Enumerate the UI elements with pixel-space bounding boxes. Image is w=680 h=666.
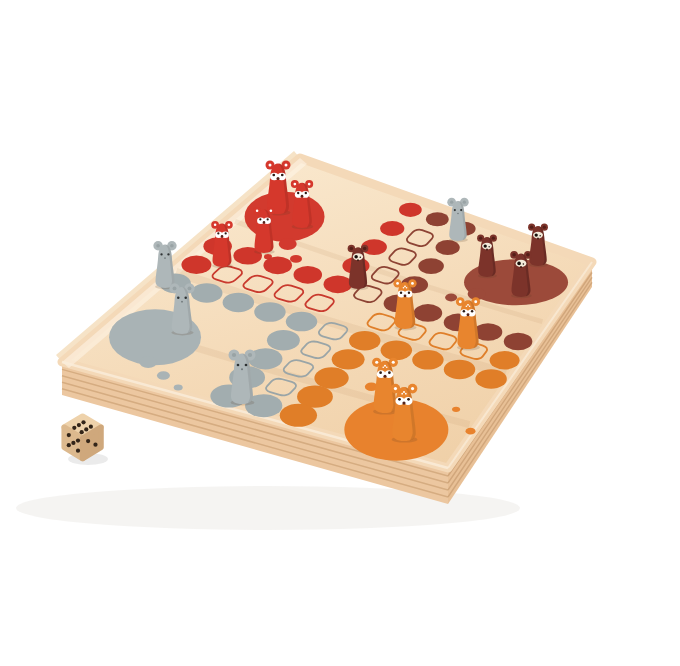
eye [463,310,466,313]
track-circle-orange [280,404,317,427]
ear-inner [492,236,495,239]
piece-brown-bear-4[interactable] [348,245,369,291]
die-pip [80,430,84,434]
ear-inner [232,353,236,357]
eye [177,296,180,299]
eye [388,371,391,374]
ear-inner [187,286,191,290]
piece-red-fox-2[interactable] [291,180,313,229]
ear-inner [308,183,311,186]
track-circle-grey [191,283,222,303]
eye [488,246,489,247]
eye [245,364,248,367]
eye [517,262,521,266]
eye [460,209,462,211]
die-pip [72,426,76,430]
piece-red-fox-3[interactable] [211,221,233,268]
nose [457,213,459,215]
die-pip [84,427,88,431]
deco-circle-grey [139,356,157,368]
track-circle-grey [254,302,285,322]
ear-inner [156,244,160,248]
track-circle-brown [504,333,533,351]
ear-inner [375,361,378,364]
track-circle-brown [436,240,460,255]
deco-circle-brown [445,294,457,302]
nose [383,375,386,378]
ear-inner [411,387,414,390]
die-pip [93,443,97,447]
nose [181,301,183,303]
ear-inner [463,200,466,203]
ear-inner [228,223,231,226]
eye [267,218,269,220]
die-pip [86,439,90,443]
forehead-sprig [405,393,407,395]
ear-inner [479,236,482,239]
track-circle-orange [412,350,443,370]
eye [484,244,487,247]
nose [301,195,304,198]
ear-inner [248,353,252,357]
forehead-sprig [386,366,388,368]
bear-eye-patch [533,232,543,239]
eye [217,232,219,234]
piece-brown-bear-2[interactable] [528,224,548,268]
ear-inner [411,282,414,285]
track-circle-orange [381,341,412,361]
forehead-sprig [384,365,386,367]
track-circle-grey [286,312,317,332]
track-circle-brown [414,304,443,322]
track-circle-red [181,255,211,274]
ludo-board-photo [0,0,680,666]
ear-inner [270,209,273,212]
die-pip [81,420,85,424]
ear-inner [350,247,353,250]
eye [471,310,474,313]
bear-eye-patch [482,243,492,250]
nose [277,177,280,180]
deco-circle-orange [452,407,460,412]
deco-circle-red [279,238,297,250]
track-circle-brown [426,212,449,226]
eye [237,364,240,367]
piece-brown-bear-1[interactable] [477,235,497,279]
track-circle-brown [418,258,444,274]
nose [241,368,243,370]
eye [454,209,456,211]
forehead-sprig [382,366,384,368]
eye [160,253,162,255]
ear-inner [530,225,533,228]
piece-orange-fox-2[interactable] [391,384,418,443]
track-circle-red [324,275,353,293]
ear-inner [474,300,477,303]
ear-inner [394,387,397,390]
die-pip [76,438,80,442]
nose [402,401,405,404]
ear-inner [256,209,259,212]
nose [537,237,539,239]
track-circle-red [380,221,404,236]
piece-orange-fox-3[interactable] [393,279,416,330]
ear-inner [293,183,296,186]
wooden-die[interactable] [64,416,101,458]
forehead-sprig [406,287,407,288]
ear-inner [269,164,272,167]
eye [408,291,410,293]
forehead-sprig [469,306,471,308]
die-pip [67,433,71,437]
piece-brown-bear-3[interactable] [510,251,532,298]
ear-inner [543,225,546,228]
eye [398,398,401,401]
nose [357,259,359,261]
ear-inner [285,164,288,167]
bear-eye-patch [516,260,527,267]
die-pip [67,443,71,447]
track-circle-orange [349,331,380,351]
ear-inner [392,361,395,364]
eye [167,253,169,255]
piece-red-fox-4[interactable] [253,207,275,254]
deco-circle-grey [157,371,170,380]
eye [360,257,361,258]
eye [259,218,261,220]
deco-circle-orange [466,428,476,435]
track-circle-red [399,203,422,217]
track-circle-orange [475,369,506,389]
eye [379,371,382,374]
eye [272,174,275,177]
eye [184,296,187,299]
ear-inner [512,253,516,257]
eye [225,232,227,234]
eye [523,263,525,265]
deco-circle-red [290,255,302,263]
eye [354,255,357,258]
bear-eye-patch [353,253,363,260]
forehead-sprig [401,393,403,395]
eye [400,291,402,293]
forehead-sprig [403,391,405,393]
forehead-sprig [467,304,469,306]
deco-circle-grey [174,384,183,390]
track-circle-orange [444,360,475,380]
ear-inner [173,286,177,290]
ear-inner [396,282,399,285]
die-pip [71,441,75,445]
scene [0,0,680,666]
ear-inner [214,223,217,226]
eye [305,192,307,194]
track-circle-orange [490,351,520,370]
forehead-sprig [404,286,406,288]
nose [164,257,166,259]
die-pip [77,423,81,427]
nose [467,313,470,316]
eye [407,398,410,401]
forehead-sprig [403,287,404,288]
nose [263,221,266,224]
nose [520,266,522,268]
ear-inner [170,244,174,248]
ear-inner [363,247,366,250]
eye [535,233,538,236]
die-pip [89,425,93,429]
track-circle-grey [267,330,300,350]
nose [221,235,224,238]
ear-inner [459,300,462,303]
track-circle-grey [223,293,254,313]
track-circle-red [263,256,292,274]
piece-orange-fox-4[interactable] [456,297,480,350]
nose [486,248,488,250]
eye [281,174,284,177]
eye [297,192,299,194]
forehead-sprig [466,306,468,308]
nose [404,295,407,298]
ear-inner [526,253,530,257]
ear-inner [450,200,453,203]
track-circle-orange [314,367,348,388]
eye [539,235,540,236]
die-pip [76,449,80,453]
track-circle-red [294,266,323,284]
track-circle-orange [332,349,365,369]
